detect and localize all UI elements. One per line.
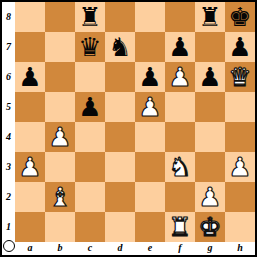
piece-black-rook[interactable]: ♜ [78, 4, 101, 30]
square-g5[interactable] [195, 92, 225, 122]
file-label-b: b [45, 242, 75, 255]
square-b7[interactable] [45, 32, 75, 62]
piece-white-pawn[interactable]: ♟ [138, 94, 161, 120]
piece-black-pawn[interactable]: ♟ [198, 64, 221, 90]
square-c1[interactable] [75, 212, 105, 242]
square-f8[interactable] [165, 2, 195, 32]
piece-white-knight[interactable]: ♞ [168, 154, 191, 180]
rank-label-6: 6 [2, 62, 15, 92]
square-h1[interactable] [225, 212, 255, 242]
piece-white-pawn[interactable]: ♟ [198, 184, 221, 210]
piece-black-king[interactable]: ♚ [228, 4, 251, 30]
square-h7[interactable]: ♟ [225, 32, 255, 62]
file-label-f: f [165, 242, 195, 255]
piece-black-pawn[interactable]: ♟ [228, 34, 251, 60]
file-label-d: d [105, 242, 135, 255]
file-label-h: h [225, 242, 255, 255]
rank-label-3: 3 [2, 152, 15, 182]
square-e4[interactable] [135, 122, 165, 152]
square-c2[interactable] [75, 182, 105, 212]
square-g6[interactable]: ♟ [195, 62, 225, 92]
square-g1[interactable]: ♚ [195, 212, 225, 242]
square-b3[interactable] [45, 152, 75, 182]
rank-label-2: 2 [2, 182, 15, 212]
square-h2[interactable] [225, 182, 255, 212]
rank-label-4: 4 [2, 122, 15, 152]
rank-labels: 87654321 [2, 2, 15, 242]
square-a4[interactable] [15, 122, 45, 152]
square-b2[interactable]: ♝ [45, 182, 75, 212]
square-g3[interactable] [195, 152, 225, 182]
piece-white-king[interactable]: ♚ [198, 214, 221, 240]
square-d1[interactable] [105, 212, 135, 242]
file-label-a: a [15, 242, 45, 255]
piece-black-knight[interactable]: ♞ [108, 34, 131, 60]
square-d2[interactable] [105, 182, 135, 212]
piece-black-pawn[interactable]: ♟ [18, 64, 41, 90]
square-f3[interactable]: ♞ [165, 152, 195, 182]
piece-black-pawn[interactable]: ♟ [138, 64, 161, 90]
square-c5[interactable]: ♟ [75, 92, 105, 122]
square-f5[interactable] [165, 92, 195, 122]
piece-white-pawn[interactable]: ♟ [18, 154, 41, 180]
square-e8[interactable] [135, 2, 165, 32]
rank-label-5: 5 [2, 92, 15, 122]
square-d8[interactable] [105, 2, 135, 32]
square-h5[interactable] [225, 92, 255, 122]
square-f6[interactable]: ♟ [165, 62, 195, 92]
square-c3[interactable] [75, 152, 105, 182]
piece-black-rook[interactable]: ♜ [198, 4, 221, 30]
square-c8[interactable]: ♜ [75, 2, 105, 32]
square-f4[interactable] [165, 122, 195, 152]
piece-white-pawn[interactable]: ♟ [48, 124, 71, 150]
square-h6[interactable]: ♛ [225, 62, 255, 92]
square-c6[interactable] [75, 62, 105, 92]
square-g2[interactable]: ♟ [195, 182, 225, 212]
square-h8[interactable]: ♚ [225, 2, 255, 32]
rank-label-7: 7 [2, 32, 15, 62]
square-c7[interactable]: ♛ [75, 32, 105, 62]
square-d7[interactable]: ♞ [105, 32, 135, 62]
square-e6[interactable]: ♟ [135, 62, 165, 92]
square-h3[interactable]: ♟ [225, 152, 255, 182]
square-b6[interactable] [45, 62, 75, 92]
square-e2[interactable] [135, 182, 165, 212]
chess-board[interactable]: ♜♜♚♛♞♟♟♟♟♟♟♛♟♟♟♟♞♟♝♟♜♚ [15, 2, 255, 242]
square-d6[interactable] [105, 62, 135, 92]
square-d5[interactable] [105, 92, 135, 122]
square-a2[interactable] [15, 182, 45, 212]
piece-white-queen[interactable]: ♛ [228, 64, 251, 90]
square-b5[interactable] [45, 92, 75, 122]
file-labels: abcdefgh [15, 242, 255, 255]
square-b4[interactable]: ♟ [45, 122, 75, 152]
square-b8[interactable] [45, 2, 75, 32]
square-g8[interactable]: ♜ [195, 2, 225, 32]
square-a3[interactable]: ♟ [15, 152, 45, 182]
square-b1[interactable] [45, 212, 75, 242]
piece-black-pawn[interactable]: ♟ [168, 34, 191, 60]
square-e7[interactable] [135, 32, 165, 62]
square-e1[interactable] [135, 212, 165, 242]
square-a5[interactable] [15, 92, 45, 122]
square-g7[interactable] [195, 32, 225, 62]
piece-black-queen[interactable]: ♛ [78, 34, 101, 60]
file-label-c: c [75, 242, 105, 255]
piece-white-rook[interactable]: ♜ [168, 214, 191, 240]
square-d3[interactable] [105, 152, 135, 182]
square-a1[interactable] [15, 212, 45, 242]
piece-white-pawn[interactable]: ♟ [228, 154, 251, 180]
square-c4[interactable] [75, 122, 105, 152]
file-label-e: e [135, 242, 165, 255]
square-a6[interactable]: ♟ [15, 62, 45, 92]
white-to-move-indicator [3, 240, 15, 252]
piece-black-pawn[interactable]: ♟ [78, 94, 101, 120]
square-f7[interactable]: ♟ [165, 32, 195, 62]
rank-label-1: 1 [2, 212, 15, 242]
file-label-g: g [195, 242, 225, 255]
chess-diagram: 87654321 ♜♜♚♛♞♟♟♟♟♟♟♛♟♟♟♟♞♟♝♟♜♚ abcdefgh [0, 0, 257, 257]
square-a7[interactable] [15, 32, 45, 62]
square-d4[interactable] [105, 122, 135, 152]
piece-white-pawn[interactable]: ♟ [168, 64, 191, 90]
square-f1[interactable]: ♜ [165, 212, 195, 242]
square-e5[interactable]: ♟ [135, 92, 165, 122]
square-g4[interactable] [195, 122, 225, 152]
square-f2[interactable] [165, 182, 195, 212]
square-a8[interactable] [15, 2, 45, 32]
rank-label-8: 8 [2, 2, 15, 32]
piece-white-bishop[interactable]: ♝ [48, 184, 71, 210]
square-e3[interactable] [135, 152, 165, 182]
square-h4[interactable] [225, 122, 255, 152]
